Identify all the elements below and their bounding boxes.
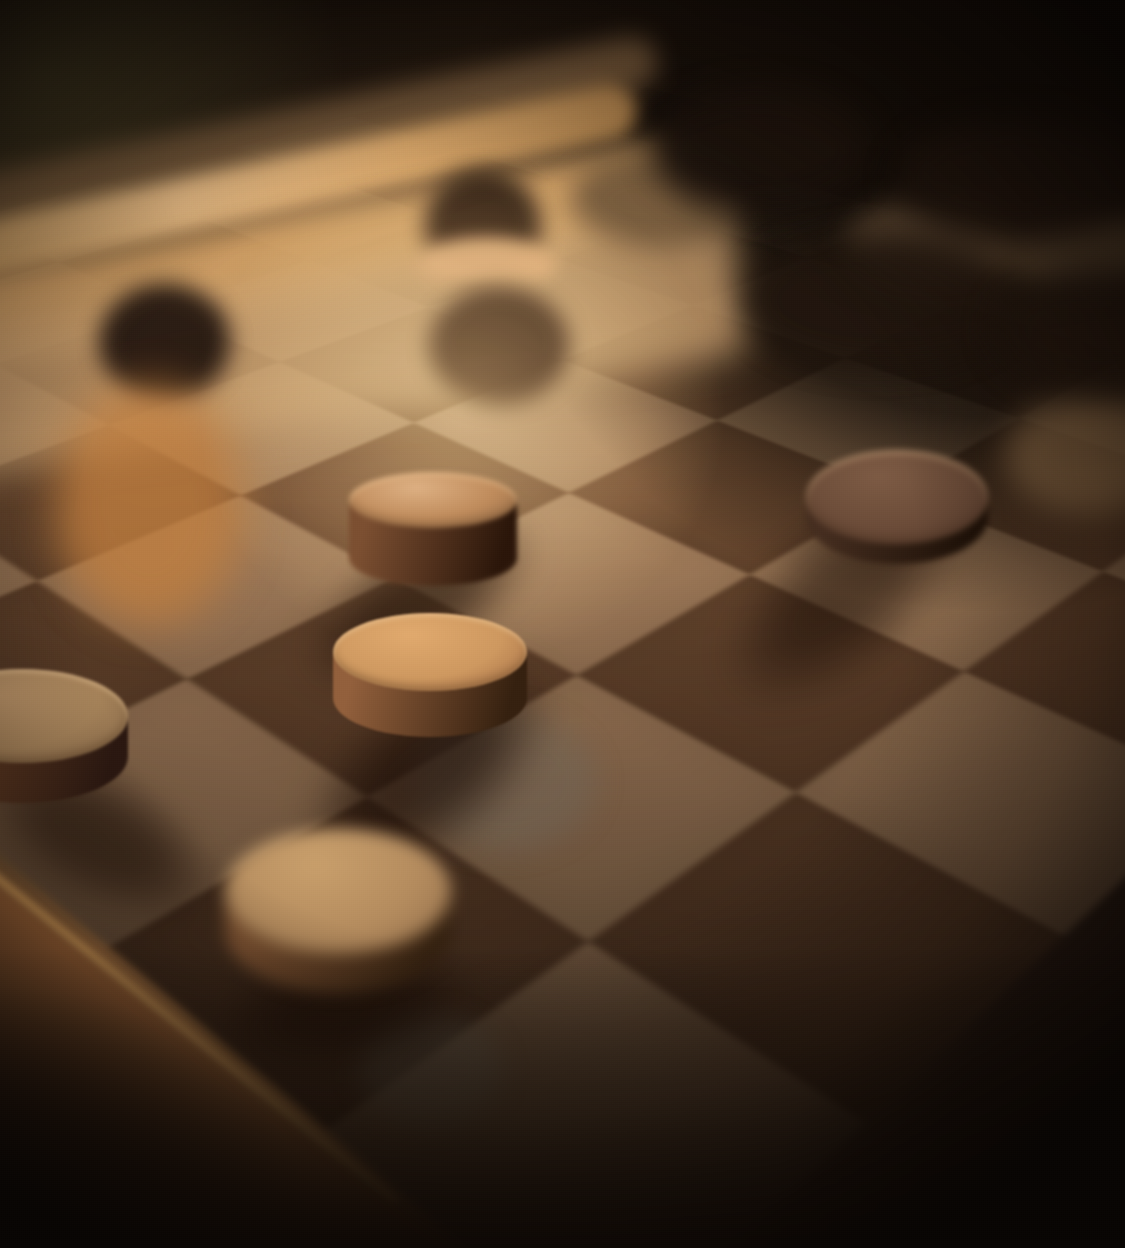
photo-frame: ⛂⛂⛂⛂⛂⛀⛂⛀⛂⛀⛀⛀ ⛀⛂⛀⛀⛀ Low-angle close-up ph… <box>0 0 1125 1248</box>
board-perspective-wrap: ⛂⛂⛂⛂⛂⛀⛂⛀⛂⛀⛀⛀ <box>0 0 1125 1248</box>
checkers-board: ⛂⛂⛂⛂⛂⛀⛂⛀⛂⛀⛀⛀ <box>0 63 1125 1248</box>
